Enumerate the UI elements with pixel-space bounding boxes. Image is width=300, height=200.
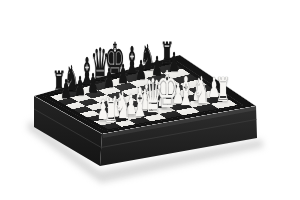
piece-black-pawn-g7: ♟ bbox=[151, 54, 163, 80]
piece-white-rook-h1: ♜ bbox=[216, 73, 231, 106]
piece-black-rook-a8: ♜ bbox=[53, 68, 67, 99]
piece-black-rook-h8: ♜ bbox=[160, 38, 174, 69]
piece-black-pawn-f7: ♟ bbox=[135, 58, 147, 84]
piece-black-king-e8: ♚ bbox=[104, 36, 125, 83]
piece-white-pawn-a2: ♟ bbox=[97, 96, 109, 123]
piece-white-bishop-f1: ♝ bbox=[178, 73, 195, 113]
piece-white-pawn-c2: ♟ bbox=[125, 91, 137, 118]
piece-black-pawn-b7: ♟ bbox=[74, 74, 86, 100]
pieces-layer: ♜♞♝♛♚♝♞♜♟♟♟♟♟♟♟♟♟♟♟♟♟♟♟♟♜♞♝♛♚♝♞♜ bbox=[0, 0, 300, 200]
piece-black-bishop-c8: ♝ bbox=[78, 54, 94, 91]
piece-black-pawn-c7: ♟ bbox=[87, 70, 99, 96]
piece-white-rook-a1: ♜ bbox=[104, 94, 119, 127]
piece-black-pawn-a7: ♟ bbox=[60, 77, 72, 103]
piece-white-pawn-h2: ♟ bbox=[208, 75, 220, 102]
piece-white-king-e1: ♚ bbox=[156, 65, 178, 115]
piece-white-bishop-c1: ♝ bbox=[131, 83, 148, 123]
piece-white-knight-g1: ♞ bbox=[194, 73, 210, 110]
piece-black-pawn-d7: ♟ bbox=[103, 66, 115, 92]
piece-white-pawn-e2: ♟ bbox=[157, 84, 169, 111]
piece-white-queen-d1: ♛ bbox=[143, 74, 163, 120]
piece-white-knight-b1: ♞ bbox=[115, 88, 131, 125]
piece-black-knight-b8: ♞ bbox=[64, 61, 79, 96]
piece-white-pawn-d2: ♟ bbox=[139, 86, 151, 113]
chess-set-product-photo: ♜♞♝♛♚♝♞♜♟♟♟♟♟♟♟♟♟♟♟♟♟♟♟♟♜♞♝♛♚♝♞♜ bbox=[0, 0, 300, 200]
piece-black-queen-d8: ♛ bbox=[91, 44, 110, 87]
piece-white-pawn-g2: ♟ bbox=[191, 78, 203, 105]
piece-white-pawn-f2: ♟ bbox=[172, 81, 184, 108]
piece-black-pawn-e7: ♟ bbox=[117, 62, 129, 88]
piece-black-knight-g8: ♞ bbox=[140, 41, 155, 76]
piece-black-bishop-f8: ♝ bbox=[124, 42, 140, 79]
piece-black-pawn-h7: ♟ bbox=[168, 50, 180, 76]
piece-white-pawn-b2: ♟ bbox=[109, 94, 121, 121]
